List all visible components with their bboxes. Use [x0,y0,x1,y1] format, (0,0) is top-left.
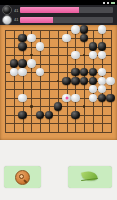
grid-line [5,123,112,124]
black-stone [80,68,88,76]
white-progress-bar [20,17,114,23]
white-stone [10,68,18,76]
white-stone [27,59,35,67]
player-panel: 41 41 [0,5,117,25]
white-stone [27,34,35,42]
magnifier-icon [15,170,30,185]
black-stone [62,77,70,85]
white-stone [89,94,97,102]
black-stone [45,111,53,119]
white-stone [98,68,106,76]
black-stone [18,59,26,67]
notification-dot-icon [103,2,105,4]
black-stone [54,102,62,110]
white-stone [18,94,26,102]
go-board[interactable] [0,25,117,140]
black-stone [80,77,88,85]
black-stone [71,111,79,119]
white-stone [106,77,114,85]
white-stone [98,51,106,59]
star-point [30,54,32,56]
white-stone [62,94,70,102]
black-stone-avatar [2,5,12,15]
white-stone [62,34,70,42]
white-stone [98,25,106,33]
white-stone [89,51,97,59]
white-stone [98,77,106,85]
star-point [30,105,32,107]
white-stone [98,85,106,93]
black-stone [80,25,88,33]
black-stone [71,68,79,76]
black-stone [98,94,106,102]
white-stone [71,25,79,33]
black-stone [89,42,97,50]
bottom-toolbar [0,140,117,200]
white-stone [18,68,26,76]
white-stone [89,85,97,93]
white-stone [71,51,79,59]
leaf-icon [80,170,100,184]
white-stone [36,42,44,50]
black-stone [106,94,114,102]
black-stone [18,34,26,42]
signal-icon [107,2,109,4]
white-stone [36,68,44,76]
black-stone [80,34,88,42]
pass-button[interactable] [68,166,112,188]
black-stone [71,77,79,85]
star-point [57,80,59,82]
white-stone-avatar [2,15,12,25]
black-player-label: 41 [14,8,17,12]
black-stone [18,111,26,119]
black-stone [89,68,97,76]
hint-button[interactable] [4,166,41,188]
last-move-marker [65,96,68,99]
black-player-row: 41 [0,6,117,15]
black-stone [10,59,18,67]
white-player-row: 41 [0,15,117,24]
grid-line [5,132,112,133]
white-stone [71,94,79,102]
white-progress-fill [20,17,54,23]
white-player-label: 41 [14,18,17,22]
black-stone [89,77,97,85]
black-stone [98,42,106,50]
black-stone [36,111,44,119]
battery-icon [111,2,115,4]
black-progress-fill [20,7,80,13]
black-progress-bar [20,7,114,13]
black-stone [18,42,26,50]
